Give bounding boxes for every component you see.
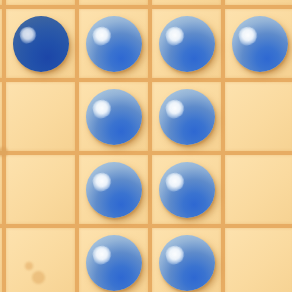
marble-light-blue-r1-c2[interactable] <box>86 16 142 72</box>
marble-light-blue-r1-c3[interactable] <box>159 16 215 72</box>
marble-light-blue-r2-c2[interactable] <box>86 89 142 145</box>
marble-light-blue-r3-c3[interactable] <box>159 162 215 218</box>
cell-partial <box>0 82 2 151</box>
cell-r3-c3[interactable] <box>152 155 221 224</box>
cell-partial <box>225 0 292 5</box>
cell-r1-c4[interactable] <box>225 9 292 78</box>
cell-partial <box>0 0 2 5</box>
marble-light-blue-r3-c2[interactable] <box>86 162 142 218</box>
game-board-viewport <box>0 0 292 292</box>
cell-r4-c3[interactable] <box>152 228 221 292</box>
cell-r3-c2[interactable] <box>79 155 148 224</box>
cell-r3-c4[interactable] <box>225 155 292 224</box>
cell-partial <box>0 228 2 292</box>
marble-light-blue-r4-c2[interactable] <box>86 235 142 291</box>
cell-r2-c3[interactable] <box>152 82 221 151</box>
cell-r4-c2[interactable] <box>79 228 148 292</box>
cell-r1-c3[interactable] <box>152 9 221 78</box>
cell-partial <box>6 0 75 5</box>
board <box>0 0 292 292</box>
cell-partial <box>79 0 148 5</box>
marble-light-blue-r2-c3[interactable] <box>159 89 215 145</box>
marble-light-blue-r4-c3[interactable] <box>159 235 215 291</box>
marble-dark-blue-r1-c1[interactable] <box>13 16 69 72</box>
board-speckle <box>32 271 45 284</box>
cell-r1-c1[interactable] <box>6 9 75 78</box>
cell-partial <box>152 0 221 5</box>
cell-r4-c4[interactable] <box>225 228 292 292</box>
cell-r2-c2[interactable] <box>79 82 148 151</box>
marble-light-blue-r1-c4[interactable] <box>232 16 288 72</box>
cell-partial <box>0 9 2 78</box>
cell-r1-c2[interactable] <box>79 9 148 78</box>
cell-r3-c1[interactable] <box>6 155 75 224</box>
cell-partial <box>0 155 2 224</box>
board-speckle <box>25 262 33 270</box>
cell-r2-c1[interactable] <box>6 82 75 151</box>
cell-r2-c4[interactable] <box>225 82 292 151</box>
